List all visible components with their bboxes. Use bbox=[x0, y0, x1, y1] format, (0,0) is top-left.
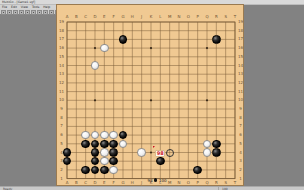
coord-label-11: 11 bbox=[237, 90, 245, 94]
coord-label-G: G bbox=[119, 15, 127, 19]
toolbar-button-9[interactable] bbox=[49, 10, 54, 15]
black-stone-E5 bbox=[100, 140, 109, 149]
coord-label-D: D bbox=[91, 15, 99, 19]
coord-label-H: H bbox=[128, 15, 136, 19]
black-stone-C5 bbox=[81, 140, 90, 149]
coord-label-16: 16 bbox=[58, 46, 66, 50]
coord-label-K: K bbox=[147, 15, 155, 19]
status-right-text: 100 bbox=[222, 187, 228, 190]
white-stone-E6 bbox=[100, 131, 109, 140]
toolbar[interactable] bbox=[0, 9, 56, 14]
black-stone-D4 bbox=[91, 148, 100, 157]
white-stone-D14 bbox=[91, 61, 100, 70]
black-stone-F4 bbox=[109, 148, 118, 157]
coord-label-10: 10 bbox=[58, 98, 66, 102]
coord-label-9: 9 bbox=[237, 107, 245, 111]
coord-label-11: 11 bbox=[58, 90, 66, 94]
coord-label-Q: Q bbox=[203, 15, 211, 19]
go-board[interactable]: AABBCCDDEEFFGGHHJJKKLLMMNNOOPPQQRRSSTT19… bbox=[56, 4, 244, 186]
coord-label-7: 7 bbox=[58, 124, 66, 128]
coord-label-3: 3 bbox=[58, 159, 66, 163]
coord-label-19: 19 bbox=[237, 20, 245, 24]
white-stone-J4 bbox=[137, 148, 146, 157]
coord-label-2: 2 bbox=[237, 168, 245, 172]
window-title: MultiGo - [Game1.sgf] bbox=[2, 0, 35, 4]
coord-label-O: O bbox=[184, 15, 192, 19]
black-stone-R4 bbox=[212, 148, 221, 157]
coord-label-2: 2 bbox=[58, 168, 66, 172]
coord-label-14: 14 bbox=[237, 64, 245, 68]
black-stone-F5 bbox=[109, 140, 118, 149]
move-indicator: 98100 bbox=[107, 178, 207, 184]
move-total-text: 100 bbox=[159, 178, 167, 183]
coord-label-R: R bbox=[212, 181, 220, 185]
coord-label-18: 18 bbox=[237, 29, 245, 33]
board-grid bbox=[57, 5, 245, 187]
black-stone-P2 bbox=[193, 166, 202, 175]
coord-label-5: 5 bbox=[58, 142, 66, 146]
coord-label-B: B bbox=[72, 181, 80, 185]
coord-label-S: S bbox=[222, 15, 230, 19]
coord-label-B: B bbox=[72, 15, 80, 19]
status-bar: Ready 100 bbox=[0, 186, 304, 190]
coord-label-9: 9 bbox=[58, 107, 66, 111]
coord-label-C: C bbox=[82, 181, 90, 185]
coord-label-15: 15 bbox=[237, 55, 245, 59]
white-stone-E3 bbox=[100, 157, 109, 166]
coord-label-M: M bbox=[166, 15, 174, 19]
toolbar-button-8[interactable] bbox=[43, 10, 48, 15]
coord-label-A: A bbox=[63, 181, 71, 185]
coord-label-T: T bbox=[231, 181, 239, 185]
coord-label-F: F bbox=[110, 15, 118, 19]
current-move-flag-icon bbox=[153, 146, 155, 148]
coord-label-R: R bbox=[212, 15, 220, 19]
coord-label-6: 6 bbox=[58, 133, 66, 137]
coord-label-J: J bbox=[138, 15, 146, 19]
black-stone-R5 bbox=[212, 140, 221, 149]
coord-label-8: 8 bbox=[237, 116, 245, 120]
white-stone-E4 bbox=[100, 148, 109, 157]
coord-label-1: 1 bbox=[237, 177, 245, 181]
coord-label-D: D bbox=[91, 181, 99, 185]
coord-label-3: 3 bbox=[237, 159, 245, 163]
coord-label-19: 19 bbox=[58, 20, 66, 24]
coord-label-12: 12 bbox=[237, 81, 245, 85]
coord-label-E: E bbox=[100, 15, 108, 19]
black-stone-G17 bbox=[119, 35, 128, 44]
coord-label-10: 10 bbox=[237, 98, 245, 102]
move-number-text: 98 bbox=[147, 178, 152, 183]
black-stone-L3 bbox=[156, 157, 165, 166]
coord-label-18: 18 bbox=[58, 29, 66, 33]
white-stone-E16 bbox=[100, 44, 109, 53]
toolbar-button-5[interactable] bbox=[25, 10, 30, 15]
toolbar-button-4[interactable] bbox=[19, 10, 24, 15]
toolbar-button-2[interactable] bbox=[7, 10, 12, 15]
toolbar-button-3[interactable] bbox=[13, 10, 18, 15]
coord-label-4: 4 bbox=[58, 151, 66, 155]
app-window: MultiGo - [Game1.sgf] FileEditViewToolsH… bbox=[0, 0, 304, 190]
coord-label-L: L bbox=[156, 15, 164, 19]
coord-label-5: 5 bbox=[237, 142, 245, 146]
coord-label-12: 12 bbox=[58, 81, 66, 85]
black-stone-C2 bbox=[81, 166, 90, 175]
coord-label-14: 14 bbox=[58, 64, 66, 68]
coord-label-17: 17 bbox=[58, 37, 66, 41]
coord-label-C: C bbox=[82, 15, 90, 19]
coord-label-15: 15 bbox=[58, 55, 66, 59]
coord-label-13: 13 bbox=[58, 72, 66, 76]
coord-label-8: 8 bbox=[58, 116, 66, 120]
coord-label-7: 7 bbox=[237, 124, 245, 128]
status-left-text: Ready bbox=[3, 187, 12, 190]
toolbar-button-7[interactable] bbox=[37, 10, 42, 15]
white-stone-Q4 bbox=[203, 148, 212, 157]
move-number-98-label: 98 bbox=[155, 150, 165, 157]
coord-label-S: S bbox=[222, 181, 230, 185]
coord-label-A: A bbox=[63, 15, 71, 19]
coord-label-6: 6 bbox=[237, 133, 245, 137]
coord-label-13: 13 bbox=[237, 72, 245, 76]
coord-label-P: P bbox=[194, 15, 202, 19]
circle-marker bbox=[166, 149, 174, 157]
black-stone-E2 bbox=[100, 166, 109, 175]
toolbar-button-6[interactable] bbox=[31, 10, 36, 15]
white-stone-F2 bbox=[109, 166, 118, 175]
coord-label-N: N bbox=[175, 15, 183, 19]
status-divider bbox=[218, 187, 219, 190]
coord-label-17: 17 bbox=[237, 37, 245, 41]
coord-label-4: 4 bbox=[237, 151, 245, 155]
coord-label-1: 1 bbox=[58, 177, 66, 181]
toolbar-button-1[interactable] bbox=[1, 10, 6, 15]
black-stone-icon bbox=[154, 178, 158, 182]
coord-label-16: 16 bbox=[237, 46, 245, 50]
black-stone-R17 bbox=[212, 35, 221, 44]
